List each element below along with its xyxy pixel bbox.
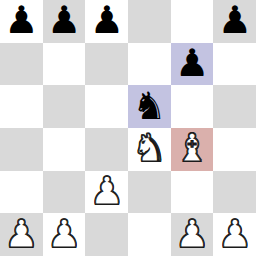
square-r4c0[interactable] [0,171,43,214]
square-r4c4[interactable] [171,171,214,214]
black-pawn-piece[interactable]: ♟ [4,1,38,39]
square-r3c4[interactable]: ♝ [171,128,214,171]
white-pawn-piece[interactable]: ♟ [4,215,38,253]
square-r2c4[interactable] [171,85,214,128]
square-r1c2[interactable] [85,43,128,86]
black-pawn-piece[interactable]: ♟ [47,1,81,39]
square-r5c4[interactable]: ♟ [171,213,214,256]
square-r1c3[interactable] [128,43,171,86]
white-pawn-piece[interactable]: ♟ [90,172,124,210]
black-pawn-piece[interactable]: ♟ [175,44,209,82]
square-r5c3[interactable] [128,213,171,256]
square-r2c5[interactable] [213,85,256,128]
square-r2c3[interactable]: ♞ [128,85,171,128]
black-knight-piece[interactable]: ♞ [132,87,166,125]
square-r2c2[interactable] [85,85,128,128]
square-r2c1[interactable] [43,85,86,128]
square-r4c5[interactable] [213,171,256,214]
square-r4c3[interactable] [128,171,171,214]
white-pawn-piece[interactable]: ♟ [218,215,252,253]
square-r0c3[interactable] [128,0,171,43]
white-pawn-piece[interactable]: ♟ [47,215,81,253]
chess-board: ♟♟♟♟♟♞♞♝♟♟♟♟♟ [0,0,256,256]
square-r0c5[interactable]: ♟ [213,0,256,43]
white-pawn-piece[interactable]: ♟ [175,215,209,253]
square-r3c0[interactable] [0,128,43,171]
black-pawn-piece[interactable]: ♟ [218,1,252,39]
square-r1c4[interactable]: ♟ [171,43,214,86]
square-r1c1[interactable] [43,43,86,86]
square-r5c1[interactable]: ♟ [43,213,86,256]
square-r2c0[interactable] [0,85,43,128]
square-r3c2[interactable] [85,128,128,171]
square-r0c0[interactable]: ♟ [0,0,43,43]
square-r1c0[interactable] [0,43,43,86]
square-r4c2[interactable]: ♟ [85,171,128,214]
square-r5c0[interactable]: ♟ [0,213,43,256]
black-pawn-piece[interactable]: ♟ [90,1,124,39]
square-r5c5[interactable]: ♟ [213,213,256,256]
square-r1c5[interactable] [213,43,256,86]
square-r3c5[interactable] [213,128,256,171]
square-r0c4[interactable] [171,0,214,43]
square-r0c2[interactable]: ♟ [85,0,128,43]
square-r4c1[interactable] [43,171,86,214]
square-r5c2[interactable] [85,213,128,256]
white-bishop-piece[interactable]: ♝ [175,129,209,167]
square-r3c1[interactable] [43,128,86,171]
white-knight-piece[interactable]: ♞ [132,129,166,167]
square-r0c1[interactable]: ♟ [43,0,86,43]
square-r3c3[interactable]: ♞ [128,128,171,171]
